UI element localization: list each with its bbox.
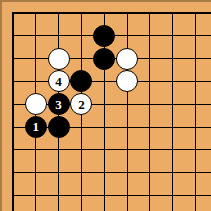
board-intersection (70, 70, 93, 93)
stone-white (116, 70, 138, 92)
board-intersection: 1 (24, 116, 47, 139)
stone-black (48, 116, 70, 138)
board-intersection (116, 70, 139, 93)
stone-white (116, 48, 138, 70)
go-board-diagram: 4321 (0, 0, 211, 211)
stone-black (70, 70, 92, 92)
board-intersection: 3 (47, 93, 70, 116)
board-intersection: 2 (70, 93, 93, 116)
board-intersection (47, 47, 70, 70)
board-intersection (93, 47, 116, 70)
go-board-grid: 4321 (2, 2, 207, 207)
board-intersection (116, 47, 139, 70)
stone-white-move-4: 4 (48, 70, 70, 92)
stone-white (25, 93, 47, 115)
stone-black (93, 48, 115, 70)
stone-black (93, 25, 115, 47)
stone-black-move-3: 3 (48, 93, 70, 115)
board-intersection (47, 116, 70, 139)
stone-black-move-1: 1 (25, 116, 47, 138)
board-intersection (93, 24, 116, 47)
board-intersection: 4 (47, 70, 70, 93)
board-intersection (24, 93, 47, 116)
stone-white (48, 48, 70, 70)
stone-white-move-2: 2 (70, 93, 92, 115)
